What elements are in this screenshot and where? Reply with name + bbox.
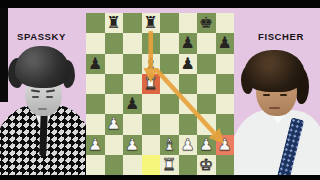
square-c3[interactable] bbox=[123, 114, 142, 134]
square-a3[interactable] bbox=[86, 114, 105, 134]
fischer-eye bbox=[280, 94, 287, 96]
square-f3[interactable] bbox=[179, 114, 198, 134]
square-b6[interactable] bbox=[105, 54, 124, 74]
spassky-mouth bbox=[38, 108, 47, 110]
square-c2[interactable]: ♟ bbox=[123, 135, 142, 155]
player-name-right: FISCHER bbox=[258, 31, 304, 42]
square-b7[interactable] bbox=[105, 33, 124, 53]
square-e5[interactable] bbox=[160, 74, 179, 94]
black-king-g8: ♚ bbox=[197, 13, 216, 33]
square-h7[interactable]: ♟ bbox=[216, 33, 235, 53]
square-a5[interactable] bbox=[86, 74, 105, 94]
square-g6[interactable] bbox=[197, 54, 216, 74]
square-d3[interactable] bbox=[142, 114, 161, 134]
square-e8[interactable] bbox=[160, 13, 179, 33]
square-g1[interactable]: ♚ bbox=[197, 155, 216, 175]
square-e6[interactable] bbox=[160, 54, 179, 74]
square-d8[interactable]: ♜ bbox=[142, 13, 161, 33]
square-e2[interactable]: ♝ bbox=[160, 135, 179, 155]
square-c4[interactable]: ♟ bbox=[123, 94, 142, 114]
square-b8[interactable]: ♜ bbox=[105, 13, 124, 33]
square-c5[interactable] bbox=[123, 74, 142, 94]
square-f1[interactable] bbox=[179, 155, 198, 175]
white-rook-e1: ♜ bbox=[160, 155, 179, 175]
player-name-left: SPASSKY bbox=[17, 31, 66, 42]
square-b3[interactable]: ♟ bbox=[105, 114, 124, 134]
square-c8[interactable] bbox=[123, 13, 142, 33]
square-d4[interactable] bbox=[142, 94, 161, 114]
top-letterbox-bar bbox=[0, 0, 320, 8]
square-e4[interactable] bbox=[160, 94, 179, 114]
bottom-letterbox-bar bbox=[0, 175, 320, 180]
square-b1[interactable] bbox=[105, 155, 124, 175]
chess-board[interactable]: ♜♜♚♟♟♟♝♟♜♟♟♟♟♝♟♟♟♜♚ bbox=[86, 13, 234, 175]
square-e3[interactable] bbox=[160, 114, 179, 134]
square-c6[interactable] bbox=[123, 54, 142, 74]
spassky-eye bbox=[46, 96, 53, 98]
black-pawn-f7: ♟ bbox=[179, 33, 198, 53]
black-pawn-f6: ♟ bbox=[179, 54, 198, 74]
white-pawn-f2: ♟ bbox=[179, 135, 198, 155]
black-rook-b8: ♜ bbox=[105, 13, 124, 33]
square-h5[interactable] bbox=[216, 74, 235, 94]
square-b2[interactable] bbox=[105, 135, 124, 155]
square-d6[interactable]: ♝ bbox=[142, 54, 161, 74]
square-f8[interactable] bbox=[179, 13, 198, 33]
square-a4[interactable] bbox=[86, 94, 105, 114]
black-bishop-d6: ♝ bbox=[142, 54, 161, 74]
square-d2[interactable] bbox=[142, 135, 161, 155]
square-f6[interactable]: ♟ bbox=[179, 54, 198, 74]
white-pawn-h2: ♟ bbox=[216, 135, 235, 155]
fischer-hair bbox=[244, 50, 305, 92]
fischer-eye bbox=[263, 94, 270, 96]
square-g4[interactable] bbox=[197, 94, 216, 114]
black-pawn-c4: ♟ bbox=[123, 94, 142, 114]
square-g7[interactable] bbox=[197, 33, 216, 53]
square-f2[interactable]: ♟ bbox=[179, 135, 198, 155]
black-pawn-a6: ♟ bbox=[86, 54, 105, 74]
square-b4[interactable] bbox=[105, 94, 124, 114]
fischer-photo bbox=[235, 50, 320, 175]
square-h8[interactable] bbox=[216, 13, 235, 33]
square-c7[interactable] bbox=[123, 33, 142, 53]
square-h3[interactable] bbox=[216, 114, 235, 134]
square-d1[interactable] bbox=[142, 155, 161, 175]
square-d7[interactable] bbox=[142, 33, 161, 53]
white-pawn-c2: ♟ bbox=[123, 135, 142, 155]
square-c1[interactable] bbox=[123, 155, 142, 175]
white-pawn-g2: ♟ bbox=[197, 135, 216, 155]
square-f5[interactable] bbox=[179, 74, 198, 94]
square-a7[interactable] bbox=[86, 33, 105, 53]
video-thumbnail: SPASSKY FISCHER ♜♜♚♟♟♟♝♟♜♟♟♟♟♝♟♟♟♜♚ bbox=[0, 0, 320, 180]
square-g8[interactable]: ♚ bbox=[197, 13, 216, 33]
white-king-g1: ♚ bbox=[197, 155, 216, 175]
square-g3[interactable] bbox=[197, 114, 216, 134]
square-e7[interactable] bbox=[160, 33, 179, 53]
square-h1[interactable] bbox=[216, 155, 235, 175]
square-h4[interactable] bbox=[216, 94, 235, 114]
square-f7[interactable]: ♟ bbox=[179, 33, 198, 53]
square-e1[interactable]: ♜ bbox=[160, 155, 179, 175]
fischer-mouth bbox=[269, 107, 280, 109]
black-pawn-h7: ♟ bbox=[216, 33, 235, 53]
black-rook-d8: ♜ bbox=[142, 13, 161, 33]
square-g2[interactable]: ♟ bbox=[197, 135, 216, 155]
square-d5[interactable]: ♜ bbox=[142, 74, 161, 94]
white-pawn-a2: ♟ bbox=[86, 135, 105, 155]
spassky-eye bbox=[32, 96, 39, 98]
square-a2[interactable]: ♟ bbox=[86, 135, 105, 155]
square-f4[interactable] bbox=[179, 94, 198, 114]
spassky-photo bbox=[0, 46, 86, 175]
square-a1[interactable] bbox=[86, 155, 105, 175]
spassky-hair bbox=[15, 46, 70, 88]
white-pawn-b3: ♟ bbox=[105, 114, 124, 134]
square-h6[interactable] bbox=[216, 54, 235, 74]
white-bishop-e2: ♝ bbox=[160, 135, 179, 155]
square-g5[interactable] bbox=[197, 74, 216, 94]
white-rook-d5: ♜ bbox=[142, 74, 161, 94]
square-a8[interactable] bbox=[86, 13, 105, 33]
square-a6[interactable]: ♟ bbox=[86, 54, 105, 74]
square-h2[interactable]: ♟ bbox=[216, 135, 235, 155]
square-b5[interactable] bbox=[105, 74, 124, 94]
